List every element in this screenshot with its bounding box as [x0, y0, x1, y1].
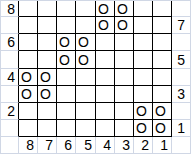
board-cell-marked[interactable]: O — [115, 1, 134, 17]
board-cell[interactable] — [57, 1, 76, 17]
board-cell-marked[interactable]: O — [134, 120, 153, 137]
board-cell[interactable] — [96, 103, 115, 120]
board-cell[interactable] — [57, 69, 76, 86]
row-label-left: 8 — [1, 1, 19, 17]
board-cell[interactable] — [76, 17, 96, 34]
row-label-right — [172, 1, 190, 17]
col-label-bottom: 2 — [134, 137, 153, 153]
row-label-left — [1, 51, 19, 69]
board-cell[interactable] — [153, 86, 172, 103]
row-label-right: 5 — [172, 51, 190, 69]
board-cell[interactable] — [134, 51, 153, 69]
row-label-left: 4 — [1, 69, 19, 86]
board-cell[interactable] — [134, 34, 153, 51]
board-cell[interactable] — [134, 86, 153, 103]
board-cell-marked[interactable]: O — [38, 86, 57, 103]
board-cell[interactable] — [115, 120, 134, 137]
board-cell[interactable] — [19, 120, 38, 137]
board-cell-marked[interactable]: O — [153, 103, 172, 120]
board-cell[interactable] — [96, 51, 115, 69]
row-label-left: 6 — [1, 34, 19, 51]
row-label-right — [172, 69, 190, 86]
board-cell[interactable] — [57, 103, 76, 120]
board-cell[interactable] — [76, 69, 96, 86]
board-cell[interactable] — [115, 69, 134, 86]
board-cell[interactable] — [19, 103, 38, 120]
board-cell[interactable] — [38, 120, 57, 137]
col-label-bottom: 6 — [57, 137, 76, 153]
board-cell-marked[interactable]: O — [76, 34, 96, 51]
board-cell[interactable] — [57, 17, 76, 34]
board-cell-marked[interactable]: O — [57, 51, 76, 69]
col-label-bottom: 5 — [76, 137, 96, 153]
board-cell-marked[interactable]: O — [76, 51, 96, 69]
corner-cell — [1, 137, 19, 153]
board-cell[interactable] — [96, 120, 115, 137]
board-cell[interactable] — [115, 86, 134, 103]
board-cell[interactable] — [115, 103, 134, 120]
board-cell-marked[interactable]: O — [115, 17, 134, 34]
board-cell[interactable] — [153, 1, 172, 17]
col-label-bottom: 1 — [153, 137, 172, 153]
board-cell-marked[interactable]: O — [57, 34, 76, 51]
board-cell[interactable] — [115, 51, 134, 69]
row-label-right: 1 — [172, 120, 190, 137]
board-cell[interactable] — [96, 86, 115, 103]
board-cell[interactable] — [19, 17, 38, 34]
row-label-right: 3 — [172, 86, 190, 103]
board-cell[interactable] — [57, 86, 76, 103]
board-cell[interactable] — [38, 103, 57, 120]
board-cell[interactable] — [76, 120, 96, 137]
board-cell[interactable] — [19, 51, 38, 69]
row-label-right — [172, 103, 190, 120]
board-cell[interactable] — [134, 69, 153, 86]
board-cell[interactable] — [134, 17, 153, 34]
corner-cell — [172, 137, 190, 153]
row-label-left — [1, 17, 19, 34]
board-cell-marked[interactable]: O — [96, 1, 115, 17]
row-label-right — [172, 34, 190, 51]
row-label-left — [1, 86, 19, 103]
col-label-bottom: 8 — [19, 137, 38, 153]
board-cell[interactable] — [76, 103, 96, 120]
board-cell[interactable] — [57, 120, 76, 137]
board-cell[interactable] — [19, 34, 38, 51]
board-cell[interactable] — [96, 69, 115, 86]
col-label-bottom: 4 — [96, 137, 115, 153]
board-cell[interactable] — [115, 34, 134, 51]
row-label-right: 7 — [172, 17, 190, 34]
board-cell[interactable] — [153, 17, 172, 34]
board-cell[interactable] — [38, 1, 57, 17]
board-cell[interactable] — [96, 34, 115, 51]
board-cell[interactable] — [76, 1, 96, 17]
row-label-left: 2 — [1, 103, 19, 120]
board-cell[interactable] — [19, 1, 38, 17]
board-cell-marked[interactable]: O — [134, 103, 153, 120]
board-cell[interactable] — [134, 1, 153, 17]
puzzle-board: 8OOOO76OOOO54OOOO32OOOO187654321 — [0, 0, 191, 154]
board-cell-marked[interactable]: O — [19, 69, 38, 86]
board-cell-marked[interactable]: O — [38, 69, 57, 86]
board-cell[interactable] — [76, 86, 96, 103]
board-cell[interactable] — [38, 17, 57, 34]
row-label-left — [1, 120, 19, 137]
board-cell-marked[interactable]: O — [96, 17, 115, 34]
board-cell[interactable] — [38, 34, 57, 51]
board-cell-marked[interactable]: O — [19, 86, 38, 103]
board-cell-marked[interactable]: O — [153, 120, 172, 137]
col-label-bottom: 3 — [115, 137, 134, 153]
board-cell[interactable] — [38, 51, 57, 69]
board-cell[interactable] — [153, 51, 172, 69]
board-cell[interactable] — [153, 69, 172, 86]
board-cell[interactable] — [153, 34, 172, 51]
col-label-bottom: 7 — [38, 137, 57, 153]
